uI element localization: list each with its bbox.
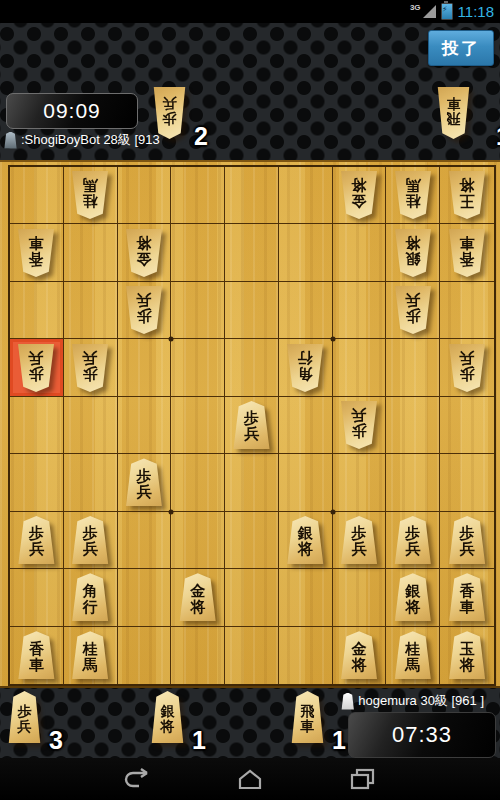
shogi-piece: 角行 [70, 573, 110, 621]
board-cell-31[interactable]: 金将 [333, 167, 387, 224]
board-cell-37[interactable]: 歩兵 [333, 512, 387, 569]
board-cell-83[interactable] [64, 282, 118, 339]
shogi-piece: 金将 [124, 229, 164, 277]
hand-piece-count: 1 [496, 122, 500, 151]
board-cell-13[interactable] [440, 282, 494, 339]
board-cell-74[interactable] [118, 339, 172, 396]
shogi-piece: 王将 [447, 171, 487, 219]
signal-strength-icon [423, 5, 436, 18]
shogi-piece: 桂馬 [393, 631, 433, 679]
board-cell-49[interactable] [279, 627, 333, 684]
hand-piece-count: 1 [332, 726, 346, 755]
board-cell-25[interactable] [386, 397, 440, 454]
board-star-point [169, 509, 174, 514]
board-cell-38[interactable] [333, 569, 387, 626]
board-cell-58[interactable] [225, 569, 279, 626]
player-clock: 07:33 [348, 712, 496, 758]
hand-piece-opponent[interactable]: 飛車1 [436, 87, 496, 145]
board-cell-93[interactable] [10, 282, 64, 339]
board-cell-79[interactable] [118, 627, 172, 684]
shogi-board: 桂馬金将桂馬王将香車金将銀将香車歩兵歩兵歩兵歩兵角行歩兵歩兵歩兵歩兵歩兵歩兵銀将… [0, 160, 500, 688]
network-type-label: 3G [410, 3, 421, 12]
hand-piece-count: 1 [192, 726, 206, 755]
board-cell-11[interactable]: 王将 [440, 167, 494, 224]
board-cell-18[interactable]: 香車 [440, 569, 494, 626]
shogi-piece: 玉将 [447, 631, 487, 679]
status-clock: 11:18 [458, 3, 494, 20]
board-cell-19[interactable]: 玉将 [440, 627, 494, 684]
board-cell-64[interactable] [171, 339, 225, 396]
board-cell-68[interactable]: 金将 [171, 569, 225, 626]
board-cell-54[interactable] [225, 339, 279, 396]
shogi-piece: 角行 [285, 344, 325, 392]
board-cell-89[interactable]: 桂馬 [64, 627, 118, 684]
battery-icon [441, 3, 453, 20]
board-cell-71[interactable] [118, 167, 172, 224]
home-icon[interactable] [236, 768, 264, 790]
board-star-point [169, 337, 174, 342]
board-cell-17[interactable]: 歩兵 [440, 512, 494, 569]
board-cell-29[interactable]: 桂馬 [386, 627, 440, 684]
player-name: hogemura 30級 [961 ] [358, 692, 484, 710]
shogi-piece: 銀将 [393, 229, 433, 277]
board-cell-86[interactable] [64, 454, 118, 511]
board-cell-61[interactable] [171, 167, 225, 224]
shogi-piece: 歩兵 [339, 516, 379, 564]
board-cell-42[interactable] [279, 224, 333, 281]
shogi-piece: 飛車 [436, 87, 496, 139]
board-cell-52[interactable] [225, 224, 279, 281]
android-nav-bar [0, 758, 500, 800]
board-cell-41[interactable] [279, 167, 333, 224]
resign-button[interactable]: 投了 [428, 30, 494, 66]
board-cell-46[interactable] [279, 454, 333, 511]
shogi-piece: 歩兵 [393, 516, 433, 564]
hand-piece-count: 3 [49, 726, 63, 755]
shogi-piece: 歩兵 [124, 458, 164, 506]
board-cell-34[interactable] [333, 339, 387, 396]
board-cell-39[interactable]: 金将 [333, 627, 387, 684]
board-cell-27[interactable]: 歩兵 [386, 512, 440, 569]
shogi-piece: 歩兵 [16, 516, 56, 564]
player-info: hogemura 30級 [961 ] [341, 692, 484, 710]
hand-piece-opponent[interactable]: 歩兵2 [152, 87, 212, 145]
board-cell-59[interactable] [225, 627, 279, 684]
player-piece-icon [341, 693, 354, 710]
shogi-piece: 金将 [178, 573, 218, 621]
shogi-piece: 桂馬 [393, 171, 433, 219]
board-cell-57[interactable] [225, 512, 279, 569]
board-cell-97[interactable]: 歩兵 [10, 512, 64, 569]
app-screen: 3G 11:18 投了 09:09 :ShogiBoyBot 28級 [913 … [0, 0, 500, 800]
shogi-piece: 銀将 [393, 573, 433, 621]
board-cell-82[interactable] [64, 224, 118, 281]
shogi-piece: 歩兵 [70, 516, 110, 564]
board-cell-65[interactable] [171, 397, 225, 454]
board-cell-91[interactable] [10, 167, 64, 224]
board-cell-92[interactable]: 香車 [10, 224, 64, 281]
board-cell-56[interactable] [225, 454, 279, 511]
board-cell-45[interactable] [279, 397, 333, 454]
board-cell-73[interactable]: 歩兵 [118, 282, 172, 339]
board-cell-36[interactable] [333, 454, 387, 511]
shogi-piece: 歩兵 [231, 401, 271, 449]
board-cell-26[interactable] [386, 454, 440, 511]
shogi-piece: 金将 [339, 171, 379, 219]
board-cell-94[interactable]: 歩兵 [10, 339, 64, 396]
board-cell-76[interactable]: 歩兵 [118, 454, 172, 511]
board-cell-22[interactable]: 銀将 [386, 224, 440, 281]
board-cell-53[interactable] [225, 282, 279, 339]
board-cell-69[interactable] [171, 627, 225, 684]
board-cell-87[interactable]: 歩兵 [64, 512, 118, 569]
board-cell-75[interactable] [118, 397, 172, 454]
hand-piece-count: 2 [194, 122, 208, 151]
board-cell-44[interactable]: 角行 [279, 339, 333, 396]
board-cell-43[interactable] [279, 282, 333, 339]
board-cell-84[interactable]: 歩兵 [64, 339, 118, 396]
android-status-bar: 3G 11:18 [0, 0, 500, 23]
board-cell-96[interactable] [10, 454, 64, 511]
board-cell-28[interactable]: 銀将 [386, 569, 440, 626]
board-cell-51[interactable] [225, 167, 279, 224]
shogi-piece: 銀将 [285, 516, 325, 564]
board-cell-21[interactable]: 桂馬 [386, 167, 440, 224]
recents-icon[interactable] [349, 768, 377, 790]
board-cell-66[interactable] [171, 454, 225, 511]
board-cell-35[interactable]: 歩兵 [333, 397, 387, 454]
board-cell-14[interactable]: 歩兵 [440, 339, 494, 396]
shogi-piece: 桂馬 [70, 171, 110, 219]
board-cell-98[interactable] [10, 569, 64, 626]
hand-piece-player[interactable]: 銀将1 [150, 691, 210, 749]
board-cell-16[interactable] [440, 454, 494, 511]
shogi-piece: 歩兵 [447, 516, 487, 564]
board-cell-67[interactable] [171, 512, 225, 569]
board-cell-95[interactable] [10, 397, 64, 454]
board-cell-23[interactable]: 歩兵 [386, 282, 440, 339]
board-cell-72[interactable]: 金将 [118, 224, 172, 281]
board-cell-33[interactable] [333, 282, 387, 339]
board-cell-77[interactable] [118, 512, 172, 569]
shogi-piece: 歩兵 [339, 401, 379, 449]
board-cell-48[interactable] [279, 569, 333, 626]
board-cell-15[interactable] [440, 397, 494, 454]
board-cell-63[interactable] [171, 282, 225, 339]
board-cell-47[interactable]: 銀将 [279, 512, 333, 569]
board-cell-88[interactable]: 角行 [64, 569, 118, 626]
shogi-piece: 桂馬 [70, 631, 110, 679]
shogi-piece: 歩兵 [70, 344, 110, 392]
hand-piece-player[interactable]: 歩兵3 [7, 691, 67, 749]
board-star-point [330, 337, 335, 342]
board-cell-32[interactable] [333, 224, 387, 281]
shogi-piece: 歩兵 [447, 344, 487, 392]
board-star-point [330, 509, 335, 514]
shogi-piece: 香車 [16, 631, 56, 679]
shogi-piece: 香車 [447, 229, 487, 277]
opponent-captured-tray: 歩兵2飛車1 [0, 87, 500, 147]
shogi-piece: 歩兵 [393, 286, 433, 334]
board-cell-85[interactable] [64, 397, 118, 454]
board-cell-55[interactable]: 歩兵 [225, 397, 279, 454]
board-cell-24[interactable] [386, 339, 440, 396]
shogi-piece: 香車 [16, 229, 56, 277]
board-cell-81[interactable]: 桂馬 [64, 167, 118, 224]
board-grid: 桂馬金将桂馬王将香車金将銀将香車歩兵歩兵歩兵歩兵角行歩兵歩兵歩兵歩兵歩兵歩兵銀将… [8, 165, 496, 686]
shogi-piece: 歩兵 [16, 344, 56, 392]
board-cell-12[interactable]: 香車 [440, 224, 494, 281]
board-cell-78[interactable] [118, 569, 172, 626]
shogi-piece: 歩兵 [124, 286, 164, 334]
board-cell-99[interactable]: 香車 [10, 627, 64, 684]
board-cell-62[interactable] [171, 224, 225, 281]
shogi-piece: 香車 [447, 573, 487, 621]
back-icon[interactable] [123, 768, 151, 790]
shogi-piece: 金将 [339, 631, 379, 679]
